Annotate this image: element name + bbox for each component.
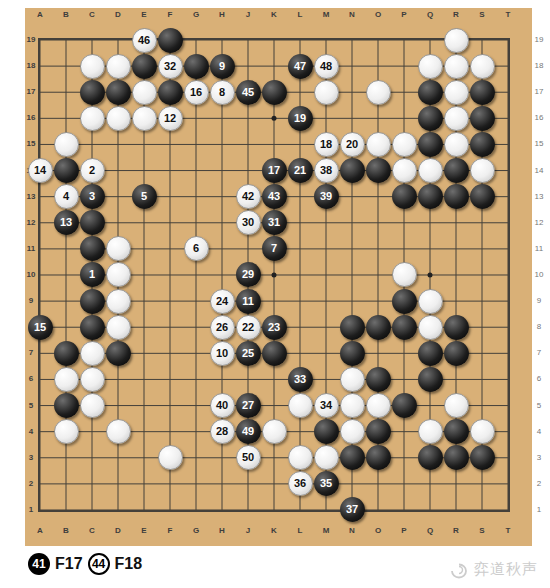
stone-white-j12: 30 — [236, 210, 261, 235]
col-label-top-j: J — [246, 11, 250, 19]
stone-black-s15 — [470, 132, 495, 157]
col-label-bottom-k: K — [271, 527, 277, 535]
row-label-right-13: 13 — [535, 193, 544, 201]
col-label-top-p: P — [401, 11, 406, 19]
col-label-bottom-t: T — [506, 527, 511, 535]
stone-white-s18 — [470, 54, 495, 79]
stone-white-c16 — [80, 106, 105, 131]
col-label-top-e: E — [141, 11, 146, 19]
row-label-right-12: 12 — [535, 219, 544, 227]
row-label-left-13: 13 — [27, 193, 36, 201]
stone-white-f3 — [158, 445, 183, 470]
col-label-top-t: T — [506, 11, 511, 19]
stone-white-h9: 24 — [210, 289, 235, 314]
row-label-left-9: 9 — [29, 297, 33, 305]
stone-black-k12: 31 — [262, 210, 287, 235]
stone-black-l14: 21 — [288, 158, 313, 183]
stone-black-c12 — [80, 210, 105, 235]
stone-black-b7 — [54, 341, 79, 366]
caption-point-1: F17 — [55, 555, 83, 573]
stone-black-c8 — [80, 315, 105, 340]
stone-white-b13: 4 — [54, 184, 79, 209]
stone-black-q15 — [418, 132, 443, 157]
go-diagram-page: 41 F17 44 F18 弈道秋声 AABBCCDDEEFFGGHHJJKKL… — [0, 0, 550, 588]
stone-black-g18 — [184, 54, 209, 79]
stone-white-r19 — [444, 28, 469, 53]
stone-black-c11 — [80, 236, 105, 261]
row-label-right-8: 8 — [537, 323, 541, 331]
col-label-bottom-f: F — [168, 527, 173, 535]
row-label-right-19: 19 — [535, 36, 544, 44]
stone-white-q4 — [418, 419, 443, 444]
stone-white-g11: 6 — [184, 236, 209, 261]
stone-black-d17 — [106, 80, 131, 105]
stone-black-l16: 19 — [288, 106, 313, 131]
col-label-top-a: A — [37, 11, 43, 19]
stone-black-k14: 17 — [262, 158, 287, 183]
caption-move-2: 44 — [92, 557, 105, 571]
col-label-bottom-g: G — [193, 527, 199, 535]
stone-black-f17 — [158, 80, 183, 105]
stone-black-m13: 39 — [314, 184, 339, 209]
stone-white-m3 — [314, 445, 339, 470]
stone-white-n5 — [340, 393, 365, 418]
caption-move-1: 41 — [32, 557, 45, 571]
col-label-top-o: O — [375, 11, 381, 19]
stone-white-r18 — [444, 54, 469, 79]
col-label-bottom-l: L — [298, 527, 303, 535]
stone-black-p5 — [392, 393, 417, 418]
stone-black-q17 — [418, 80, 443, 105]
col-label-bottom-s: S — [479, 527, 484, 535]
row-label-left-4: 4 — [29, 428, 33, 436]
col-label-bottom-m: M — [323, 527, 330, 535]
black-stone-badge: 41 — [28, 553, 50, 575]
stone-black-c13: 3 — [80, 184, 105, 209]
stone-black-q16 — [418, 106, 443, 131]
stone-white-b15 — [54, 132, 79, 157]
stone-black-s3 — [470, 445, 495, 470]
stone-white-d4 — [106, 419, 131, 444]
stone-white-c14: 2 — [80, 158, 105, 183]
stone-white-r16 — [444, 106, 469, 131]
stone-white-s4 — [470, 419, 495, 444]
stone-white-e19: 46 — [132, 28, 157, 53]
col-label-bottom-q: Q — [427, 527, 433, 535]
col-label-bottom-j: J — [246, 527, 250, 535]
row-label-left-16: 16 — [27, 114, 36, 122]
stone-black-a8: 15 — [28, 315, 53, 340]
col-label-bottom-b: B — [63, 527, 69, 535]
row-label-right-14: 14 — [535, 167, 544, 175]
col-label-bottom-h: H — [219, 527, 225, 535]
col-label-top-r: R — [453, 11, 459, 19]
stone-white-r17 — [444, 80, 469, 105]
stone-white-d16 — [106, 106, 131, 131]
stone-white-m14: 38 — [314, 158, 339, 183]
stone-black-o3 — [366, 445, 391, 470]
row-label-right-1: 1 — [537, 506, 541, 514]
stone-white-b6 — [54, 367, 79, 392]
stone-black-b5 — [54, 393, 79, 418]
stone-white-d8 — [106, 315, 131, 340]
stone-black-d7 — [106, 341, 131, 366]
stone-white-c7 — [80, 341, 105, 366]
move-caption: 41 F17 44 F18 — [28, 553, 142, 575]
stone-white-h4: 28 — [210, 419, 235, 444]
stone-black-j5: 27 — [236, 393, 261, 418]
stone-white-c5 — [80, 393, 105, 418]
col-label-bottom-n: N — [349, 527, 355, 535]
stone-white-d18 — [106, 54, 131, 79]
row-label-right-17: 17 — [535, 88, 544, 96]
stone-white-a14: 14 — [28, 158, 53, 183]
row-label-left-17: 17 — [27, 88, 36, 96]
col-label-top-s: S — [479, 11, 484, 19]
stone-white-f18: 32 — [158, 54, 183, 79]
stone-black-n3 — [340, 445, 365, 470]
stone-black-j4: 49 — [236, 419, 261, 444]
watermark: 弈道秋声 — [448, 560, 538, 579]
row-label-left-12: 12 — [27, 219, 36, 227]
stone-black-p13 — [392, 184, 417, 209]
row-label-left-18: 18 — [27, 62, 36, 70]
stone-black-j17: 45 — [236, 80, 261, 105]
logo-text: 弈道秋声 — [474, 560, 538, 579]
col-label-bottom-p: P — [401, 527, 406, 535]
stone-black-r7 — [444, 341, 469, 366]
stone-white-d11 — [106, 236, 131, 261]
stone-black-o4 — [366, 419, 391, 444]
stone-white-m15: 18 — [314, 132, 339, 157]
stone-white-q9 — [418, 289, 443, 314]
stone-white-g17: 16 — [184, 80, 209, 105]
row-label-right-5: 5 — [537, 402, 541, 410]
stone-black-o6 — [366, 367, 391, 392]
stone-black-b12: 13 — [54, 210, 79, 235]
col-label-top-f: F — [168, 11, 173, 19]
row-label-right-11: 11 — [535, 245, 543, 253]
stone-white-o15 — [366, 132, 391, 157]
row-label-left-19: 19 — [27, 36, 36, 44]
stone-white-c18 — [80, 54, 105, 79]
stone-black-n8 — [340, 315, 365, 340]
stone-white-b4 — [54, 419, 79, 444]
stone-black-h18: 9 — [210, 54, 235, 79]
row-label-left-1: 1 — [29, 506, 33, 514]
col-label-bottom-d: D — [115, 527, 121, 535]
stone-white-c6 — [80, 367, 105, 392]
col-label-top-h: H — [219, 11, 225, 19]
col-label-top-n: N — [349, 11, 355, 19]
row-label-left-5: 5 — [29, 402, 33, 410]
col-label-top-g: G — [193, 11, 199, 19]
stone-black-q6 — [418, 367, 443, 392]
stone-black-s17 — [470, 80, 495, 105]
stone-black-k17 — [262, 80, 287, 105]
row-label-right-15: 15 — [535, 140, 544, 148]
stone-white-h7: 10 — [210, 341, 235, 366]
stone-black-n14 — [340, 158, 365, 183]
stone-white-k4 — [262, 419, 287, 444]
stone-black-r14 — [444, 158, 469, 183]
stone-white-m18: 48 — [314, 54, 339, 79]
stone-white-n4 — [340, 419, 365, 444]
stone-black-e18 — [132, 54, 157, 79]
stone-black-m4 — [314, 419, 339, 444]
stone-black-c9 — [80, 289, 105, 314]
stone-white-e16 — [132, 106, 157, 131]
stone-black-k11: 7 — [262, 236, 287, 261]
stone-black-c10: 1 — [80, 262, 105, 287]
stone-white-n15: 20 — [340, 132, 365, 157]
stone-black-f19 — [158, 28, 183, 53]
col-label-bottom-c: C — [89, 527, 95, 535]
stone-white-l5 — [288, 393, 313, 418]
row-label-left-2: 2 — [29, 480, 33, 488]
stone-black-q7 — [418, 341, 443, 366]
row-label-right-10: 10 — [535, 271, 544, 279]
stone-white-q18 — [418, 54, 443, 79]
row-label-right-9: 9 — [537, 297, 541, 305]
col-label-top-l: L — [298, 11, 303, 19]
stone-white-o5 — [366, 393, 391, 418]
row-label-right-6: 6 — [537, 375, 541, 383]
stone-white-q14 — [418, 158, 443, 183]
col-label-bottom-r: R — [453, 527, 459, 535]
col-label-top-k: K — [271, 11, 277, 19]
row-label-right-3: 3 — [537, 454, 541, 462]
stone-white-h8: 26 — [210, 315, 235, 340]
stone-white-d9 — [106, 289, 131, 314]
stone-white-o17 — [366, 80, 391, 105]
col-label-top-b: B — [63, 11, 69, 19]
stone-black-b14 — [54, 158, 79, 183]
row-label-right-4: 4 — [537, 428, 541, 436]
stone-white-r15 — [444, 132, 469, 157]
stone-white-m17 — [314, 80, 339, 105]
stone-white-q8 — [418, 315, 443, 340]
stone-black-q13 — [418, 184, 443, 209]
row-label-right-16: 16 — [535, 114, 544, 122]
stone-black-r4 — [444, 419, 469, 444]
stone-black-k8: 23 — [262, 315, 287, 340]
caption-point-2: F18 — [115, 555, 143, 573]
stone-black-k13: 43 — [262, 184, 287, 209]
stone-white-s14 — [470, 158, 495, 183]
stone-black-j10: 29 — [236, 262, 261, 287]
col-label-top-d: D — [115, 11, 121, 19]
stone-white-p14 — [392, 158, 417, 183]
row-label-left-6: 6 — [29, 375, 33, 383]
col-label-bottom-a: A — [37, 527, 43, 535]
stone-white-j13: 42 — [236, 184, 261, 209]
white-stone-badge: 44 — [88, 553, 110, 575]
stone-white-n6 — [340, 367, 365, 392]
row-label-left-10: 10 — [27, 271, 36, 279]
stone-black-j7: 25 — [236, 341, 261, 366]
logo-icon — [448, 561, 470, 579]
stone-white-h5: 40 — [210, 393, 235, 418]
stone-black-q3 — [418, 445, 443, 470]
stone-black-s13 — [470, 184, 495, 209]
stone-white-p15 — [392, 132, 417, 157]
row-label-right-2: 2 — [537, 480, 541, 488]
stone-white-d10 — [106, 262, 131, 287]
stone-white-r5 — [444, 393, 469, 418]
stone-black-s16 — [470, 106, 495, 131]
stone-black-o8 — [366, 315, 391, 340]
stone-black-n1: 37 — [340, 497, 365, 522]
col-label-top-m: M — [323, 11, 330, 19]
stone-black-r3 — [444, 445, 469, 470]
stone-black-r13 — [444, 184, 469, 209]
row-label-left-3: 3 — [29, 454, 33, 462]
stone-white-j8: 22 — [236, 315, 261, 340]
col-label-bottom-o: O — [375, 527, 381, 535]
col-label-top-q: Q — [427, 11, 433, 19]
row-label-left-7: 7 — [29, 349, 33, 357]
stone-black-r8 — [444, 315, 469, 340]
stone-black-l6: 33 — [288, 367, 313, 392]
stone-white-l3 — [288, 445, 313, 470]
col-label-top-c: C — [89, 11, 95, 19]
stone-black-n7 — [340, 341, 365, 366]
stone-white-l2: 36 — [288, 471, 313, 496]
row-label-left-15: 15 — [27, 140, 36, 148]
stone-black-l18: 47 — [288, 54, 313, 79]
row-label-right-18: 18 — [535, 62, 544, 70]
stone-white-m5: 34 — [314, 393, 339, 418]
stone-black-p9 — [392, 289, 417, 314]
stone-black-c17 — [80, 80, 105, 105]
stone-white-h17: 8 — [210, 80, 235, 105]
stone-white-f16: 12 — [158, 106, 183, 131]
row-label-right-7: 7 — [537, 349, 541, 357]
stone-black-o14 — [366, 158, 391, 183]
col-label-bottom-e: E — [141, 527, 146, 535]
stone-white-p10 — [392, 262, 417, 287]
stone-white-j3: 50 — [236, 445, 261, 470]
row-label-left-11: 11 — [27, 245, 35, 253]
stone-black-m2: 35 — [314, 471, 339, 496]
stone-black-p8 — [392, 315, 417, 340]
stone-black-j9: 11 — [236, 289, 261, 314]
stone-black-e13: 5 — [132, 184, 157, 209]
stone-white-e17 — [132, 80, 157, 105]
stone-black-k7 — [262, 341, 287, 366]
